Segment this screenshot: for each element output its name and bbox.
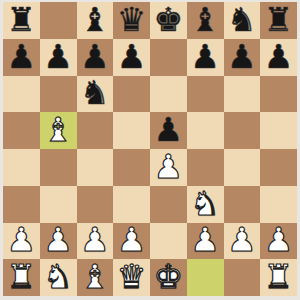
square-b3[interactable] [40, 186, 77, 223]
white-pawn-icon[interactable]: ♟ [227, 223, 257, 256]
square-a2[interactable]: ♟ [3, 223, 40, 260]
square-e4[interactable]: ♟ [150, 149, 187, 186]
square-d5[interactable] [113, 112, 150, 149]
square-b8[interactable] [40, 2, 77, 39]
square-d2[interactable]: ♟ [113, 223, 150, 260]
white-king-icon[interactable]: ♚ [154, 260, 184, 293]
white-pawn-icon[interactable]: ♟ [43, 223, 73, 256]
square-g6[interactable] [224, 76, 261, 113]
square-f5[interactable] [187, 112, 224, 149]
white-bishop-icon[interactable]: ♝ [80, 260, 110, 293]
black-knight-icon[interactable]: ♞ [80, 76, 110, 109]
black-pawn-icon[interactable]: ♟ [190, 40, 220, 73]
square-a8[interactable]: ♜ [3, 2, 40, 39]
black-pawn-icon[interactable]: ♟ [7, 40, 37, 73]
white-rook-icon[interactable]: ♜ [264, 260, 294, 293]
square-b7[interactable]: ♟ [40, 39, 77, 76]
white-rook-icon[interactable]: ♜ [7, 260, 37, 293]
white-knight-icon[interactable]: ♞ [190, 187, 220, 220]
square-f3[interactable]: ♞ [187, 186, 224, 223]
square-d6[interactable] [113, 76, 150, 113]
square-b5[interactable]: ♝ [40, 112, 77, 149]
square-b2[interactable]: ♟ [40, 223, 77, 260]
black-rook-icon[interactable]: ♜ [7, 3, 37, 36]
white-knight-icon[interactable]: ♞ [43, 260, 73, 293]
square-h7[interactable]: ♟ [260, 39, 297, 76]
square-g2[interactable]: ♟ [224, 223, 261, 260]
square-h5[interactable] [260, 112, 297, 149]
white-bishop-icon[interactable]: ♝ [43, 113, 73, 146]
square-g3[interactable] [224, 186, 261, 223]
white-pawn-icon[interactable]: ♟ [80, 223, 110, 256]
square-a6[interactable] [3, 76, 40, 113]
square-h4[interactable] [260, 149, 297, 186]
square-g8[interactable]: ♞ [224, 2, 261, 39]
white-pawn-icon[interactable]: ♟ [7, 223, 37, 256]
square-a4[interactable] [3, 149, 40, 186]
black-pawn-icon[interactable]: ♟ [80, 40, 110, 73]
square-a1[interactable]: ♜ [3, 259, 40, 296]
square-f7[interactable]: ♟ [187, 39, 224, 76]
square-d1[interactable]: ♛ [113, 259, 150, 296]
square-e3[interactable] [150, 186, 187, 223]
black-knight-icon[interactable]: ♞ [227, 3, 257, 36]
square-b4[interactable] [40, 149, 77, 186]
square-c5[interactable] [77, 112, 114, 149]
square-f4[interactable] [187, 149, 224, 186]
square-e6[interactable] [150, 76, 187, 113]
white-pawn-icon[interactable]: ♟ [264, 223, 294, 256]
black-rook-icon[interactable]: ♜ [264, 3, 294, 36]
square-f1[interactable] [187, 259, 224, 296]
square-g4[interactable] [224, 149, 261, 186]
square-e1[interactable]: ♚ [150, 259, 187, 296]
square-c2[interactable]: ♟ [77, 223, 114, 260]
square-g1[interactable] [224, 259, 261, 296]
black-bishop-icon[interactable]: ♝ [190, 3, 220, 36]
square-d8[interactable]: ♛ [113, 2, 150, 39]
square-h1[interactable]: ♜ [260, 259, 297, 296]
black-bishop-icon[interactable]: ♝ [80, 3, 110, 36]
square-d7[interactable]: ♟ [113, 39, 150, 76]
square-e8[interactable]: ♚ [150, 2, 187, 39]
square-e2[interactable] [150, 223, 187, 260]
square-f6[interactable] [187, 76, 224, 113]
black-pawn-icon[interactable]: ♟ [154, 113, 184, 146]
square-d3[interactable] [113, 186, 150, 223]
square-a7[interactable]: ♟ [3, 39, 40, 76]
black-queen-icon[interactable]: ♛ [117, 3, 147, 36]
square-f8[interactable]: ♝ [187, 2, 224, 39]
square-g7[interactable]: ♟ [224, 39, 261, 76]
square-b6[interactable] [40, 76, 77, 113]
square-h6[interactable] [260, 76, 297, 113]
square-c6[interactable]: ♞ [77, 76, 114, 113]
square-h2[interactable]: ♟ [260, 223, 297, 260]
white-queen-icon[interactable]: ♛ [117, 260, 147, 293]
square-c1[interactable]: ♝ [77, 259, 114, 296]
white-pawn-icon[interactable]: ♟ [117, 223, 147, 256]
square-c7[interactable]: ♟ [77, 39, 114, 76]
black-king-icon[interactable]: ♚ [154, 3, 184, 36]
square-c3[interactable] [77, 186, 114, 223]
square-d4[interactable] [113, 149, 150, 186]
square-h8[interactable]: ♜ [260, 2, 297, 39]
square-f2[interactable]: ♟ [187, 223, 224, 260]
square-c4[interactable] [77, 149, 114, 186]
white-pawn-icon[interactable]: ♟ [154, 150, 184, 183]
square-a5[interactable] [3, 112, 40, 149]
black-pawn-icon[interactable]: ♟ [227, 40, 257, 73]
square-g5[interactable] [224, 112, 261, 149]
square-e7[interactable] [150, 39, 187, 76]
black-pawn-icon[interactable]: ♟ [117, 40, 147, 73]
chess-board-frame: ♜♝♛♚♝♞♜♟♟♟♟♟♟♟♞♝♟♟♞♟♟♟♟♟♟♟♜♞♝♛♚♜ [3, 2, 297, 296]
chess-board: ♜♝♛♚♝♞♜♟♟♟♟♟♟♟♞♝♟♟♞♟♟♟♟♟♟♟♜♞♝♛♚♜ [3, 2, 297, 296]
black-pawn-icon[interactable]: ♟ [43, 40, 73, 73]
square-a3[interactable] [3, 186, 40, 223]
black-pawn-icon[interactable]: ♟ [264, 40, 294, 73]
square-e5[interactable]: ♟ [150, 112, 187, 149]
square-c8[interactable]: ♝ [77, 2, 114, 39]
square-h3[interactable] [260, 186, 297, 223]
white-pawn-icon[interactable]: ♟ [190, 223, 220, 256]
square-b1[interactable]: ♞ [40, 259, 77, 296]
